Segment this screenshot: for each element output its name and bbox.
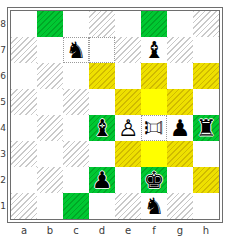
square-b8[interactable] — [37, 11, 63, 37]
rank-label-4: 4 — [0, 115, 6, 141]
square-f1[interactable]: ♞ — [141, 193, 167, 219]
file-label-d: d — [89, 225, 115, 237]
square-d3[interactable] — [89, 141, 115, 167]
square-c1[interactable] — [63, 193, 89, 219]
rank-label-7: 7 — [0, 37, 6, 63]
rank-label-8: 8 — [0, 11, 6, 37]
square-a5[interactable] — [11, 89, 37, 115]
square-a7[interactable] — [11, 37, 37, 63]
square-b3[interactable] — [37, 141, 63, 167]
black-king-piece: ♚ — [144, 167, 165, 193]
square-e5[interactable] — [115, 89, 141, 115]
black-knight-piece: ♞ — [66, 37, 87, 63]
square-c3[interactable] — [63, 141, 89, 167]
square-h2[interactable] — [193, 167, 219, 193]
square-f4[interactable]: ♖ — [141, 115, 167, 141]
square-b1[interactable] — [37, 193, 63, 219]
square-c6[interactable] — [63, 63, 89, 89]
square-d2[interactable]: ♟ — [89, 167, 115, 193]
square-c4[interactable] — [63, 115, 89, 141]
square-b6[interactable] — [37, 63, 63, 89]
black-pawn-piece: ♟ — [92, 167, 113, 193]
square-b7[interactable] — [37, 37, 63, 63]
square-h3[interactable] — [193, 141, 219, 167]
file-label-f: f — [141, 225, 167, 237]
square-d7[interactable] — [89, 37, 115, 63]
square-d1[interactable] — [89, 193, 115, 219]
square-c5[interactable] — [63, 89, 89, 115]
rank-label-6: 6 — [0, 63, 6, 89]
rank-label-5: 5 — [0, 89, 6, 115]
black-bishop-piece: ♝ — [92, 115, 113, 141]
square-c2[interactable] — [63, 167, 89, 193]
square-h4[interactable]: ♜ — [193, 115, 219, 141]
square-h8[interactable] — [193, 11, 219, 37]
rank-label-1: 1 — [0, 193, 6, 219]
square-a1[interactable] — [11, 193, 37, 219]
square-e6[interactable] — [115, 63, 141, 89]
file-label-g: g — [167, 225, 193, 237]
square-g7[interactable] — [167, 37, 193, 63]
square-g4[interactable]: ♟ — [167, 115, 193, 141]
square-d8[interactable] — [89, 11, 115, 37]
square-a4[interactable] — [11, 115, 37, 141]
square-e7[interactable] — [115, 37, 141, 63]
white-rook-piece: ♖ — [141, 118, 167, 139]
square-h5[interactable] — [193, 89, 219, 115]
square-b4[interactable] — [37, 115, 63, 141]
black-bishop-piece: ♝ — [144, 37, 165, 63]
square-e1[interactable] — [115, 193, 141, 219]
square-g1[interactable] — [167, 193, 193, 219]
square-e8[interactable] — [115, 11, 141, 37]
square-h1[interactable] — [193, 193, 219, 219]
square-d5[interactable] — [89, 89, 115, 115]
square-f5[interactable] — [141, 89, 167, 115]
square-d4[interactable]: ♝ — [89, 115, 115, 141]
square-d6[interactable] — [89, 63, 115, 89]
file-label-h: h — [193, 225, 219, 237]
square-f7[interactable]: ♝ — [141, 37, 167, 63]
black-rook-piece: ♜ — [196, 115, 217, 141]
square-f2[interactable]: ♚ — [141, 167, 167, 193]
rank-label-2: 2 — [0, 167, 6, 193]
file-label-e: e — [115, 225, 141, 237]
square-f8[interactable] — [141, 11, 167, 37]
chess-board: ♞♝♝♙♖♟♜♟♚♞ — [10, 10, 220, 220]
square-c8[interactable] — [63, 11, 89, 37]
rank-label-3: 3 — [0, 141, 6, 167]
square-g6[interactable] — [167, 63, 193, 89]
square-b2[interactable] — [37, 167, 63, 193]
square-b5[interactable] — [37, 89, 63, 115]
square-a8[interactable] — [11, 11, 37, 37]
white-pawn-piece: ♙ — [118, 115, 139, 141]
square-g5[interactable] — [167, 89, 193, 115]
file-label-b: b — [37, 225, 63, 237]
square-f3[interactable] — [141, 141, 167, 167]
square-c7[interactable]: ♞ — [63, 37, 89, 63]
chess-board-app: ♞♝♝♙♖♟♜♟♚♞ 87654321 abcdefgh — [0, 0, 234, 239]
file-label-a: a — [11, 225, 37, 237]
square-a3[interactable] — [11, 141, 37, 167]
square-e2[interactable] — [115, 167, 141, 193]
square-g8[interactable] — [167, 11, 193, 37]
file-label-c: c — [63, 225, 89, 237]
square-a2[interactable] — [11, 167, 37, 193]
square-e4[interactable]: ♙ — [115, 115, 141, 141]
square-g3[interactable] — [167, 141, 193, 167]
black-knight-piece: ♞ — [144, 193, 165, 219]
square-g2[interactable] — [167, 167, 193, 193]
square-e3[interactable] — [115, 141, 141, 167]
square-a6[interactable] — [11, 63, 37, 89]
square-h6[interactable] — [193, 63, 219, 89]
board-frame: ♞♝♝♙♖♟♜♟♚♞ — [7, 7, 223, 223]
square-h7[interactable] — [193, 37, 219, 63]
square-f6[interactable] — [141, 63, 167, 89]
black-pawn-piece: ♟ — [170, 115, 191, 141]
